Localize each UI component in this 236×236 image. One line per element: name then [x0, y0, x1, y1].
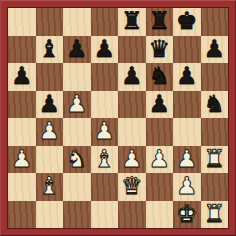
square-a1[interactable]: [8, 201, 36, 229]
black-pawn: ♟: [11, 63, 33, 90]
square-d1[interactable]: [91, 201, 119, 229]
chess-board-frame: ♜♜♚♝♟♟♛♟♟♟♞♟♟♟♟♞♟♟♟♞♝♟♟♟♜♝♛♟♚♜: [0, 0, 236, 236]
square-b2[interactable]: ♝: [36, 173, 64, 201]
square-f7[interactable]: ♛: [146, 36, 174, 64]
square-g1[interactable]: ♚: [173, 201, 201, 229]
square-e5[interactable]: [118, 91, 146, 119]
square-c1[interactable]: [63, 201, 91, 229]
square-c3[interactable]: ♞: [63, 146, 91, 174]
square-f5[interactable]: ♟: [146, 91, 174, 119]
square-f3[interactable]: ♟: [146, 146, 174, 174]
square-g8[interactable]: ♚: [173, 8, 201, 36]
square-a3[interactable]: ♟: [8, 146, 36, 174]
square-e3[interactable]: ♟: [118, 146, 146, 174]
white-rook: ♜: [203, 146, 225, 173]
black-pawn: ♟: [38, 91, 60, 118]
square-c2[interactable]: [63, 173, 91, 201]
black-rook: ♜: [148, 8, 170, 35]
square-c4[interactable]: [63, 118, 91, 146]
square-f1[interactable]: [146, 201, 174, 229]
white-pawn: ♟: [11, 146, 33, 173]
black-king: ♚: [176, 8, 198, 35]
square-e4[interactable]: [118, 118, 146, 146]
square-d7[interactable]: ♟: [91, 36, 119, 64]
white-rook: ♜: [203, 201, 225, 228]
black-pawn: ♟: [148, 91, 170, 118]
square-c5[interactable]: ♟: [63, 91, 91, 119]
square-g3[interactable]: ♟: [173, 146, 201, 174]
square-g5[interactable]: [173, 91, 201, 119]
white-pawn: ♟: [93, 118, 115, 145]
square-b6[interactable]: [36, 63, 64, 91]
square-d6[interactable]: [91, 63, 119, 91]
square-g2[interactable]: ♟: [173, 173, 201, 201]
black-pawn: ♟: [93, 36, 115, 63]
black-knight: ♞: [148, 63, 170, 90]
square-a6[interactable]: ♟: [8, 63, 36, 91]
square-c7[interactable]: ♟: [63, 36, 91, 64]
white-knight: ♞: [66, 146, 88, 173]
black-pawn: ♟: [121, 63, 143, 90]
square-b3[interactable]: [36, 146, 64, 174]
square-g6[interactable]: ♟: [173, 63, 201, 91]
square-d4[interactable]: ♟: [91, 118, 119, 146]
square-d3[interactable]: ♝: [91, 146, 119, 174]
square-f6[interactable]: ♞: [146, 63, 174, 91]
square-b5[interactable]: ♟: [36, 91, 64, 119]
square-b8[interactable]: [36, 8, 64, 36]
square-a7[interactable]: [8, 36, 36, 64]
square-a2[interactable]: [8, 173, 36, 201]
black-pawn: ♟: [66, 36, 88, 63]
square-h7[interactable]: ♟: [201, 36, 229, 64]
square-e7[interactable]: [118, 36, 146, 64]
black-bishop: ♝: [38, 36, 60, 63]
square-h6[interactable]: [201, 63, 229, 91]
square-a8[interactable]: [8, 8, 36, 36]
square-g7[interactable]: [173, 36, 201, 64]
white-pawn: ♟: [66, 91, 88, 118]
square-h4[interactable]: [201, 118, 229, 146]
square-e1[interactable]: [118, 201, 146, 229]
square-h3[interactable]: ♜: [201, 146, 229, 174]
square-f8[interactable]: ♜: [146, 8, 174, 36]
square-f2[interactable]: [146, 173, 174, 201]
square-g4[interactable]: [173, 118, 201, 146]
square-h2[interactable]: [201, 173, 229, 201]
square-h1[interactable]: ♜: [201, 201, 229, 229]
square-e2[interactable]: ♛: [118, 173, 146, 201]
white-pawn: ♟: [121, 146, 143, 173]
white-bishop: ♝: [38, 173, 60, 200]
white-bishop: ♝: [93, 146, 115, 173]
black-pawn: ♟: [203, 36, 225, 63]
black-knight: ♞: [203, 91, 225, 118]
square-b4[interactable]: ♟: [36, 118, 64, 146]
black-pawn: ♟: [176, 63, 198, 90]
white-pawn: ♟: [148, 146, 170, 173]
square-e6[interactable]: ♟: [118, 63, 146, 91]
square-c8[interactable]: [63, 8, 91, 36]
square-b7[interactable]: ♝: [36, 36, 64, 64]
white-pawn: ♟: [38, 118, 60, 145]
square-f4[interactable]: [146, 118, 174, 146]
white-queen: ♛: [121, 173, 143, 200]
black-rook: ♜: [121, 8, 143, 35]
square-h5[interactable]: ♞: [201, 91, 229, 119]
white-king: ♚: [176, 201, 198, 228]
square-a4[interactable]: [8, 118, 36, 146]
square-d2[interactable]: [91, 173, 119, 201]
white-pawn: ♟: [176, 173, 198, 200]
square-d5[interactable]: [91, 91, 119, 119]
square-e8[interactable]: ♜: [118, 8, 146, 36]
square-c6[interactable]: [63, 63, 91, 91]
square-h8[interactable]: [201, 8, 229, 36]
square-b1[interactable]: [36, 201, 64, 229]
chess-board: ♜♜♚♝♟♟♛♟♟♟♞♟♟♟♟♞♟♟♟♞♝♟♟♟♜♝♛♟♚♜: [8, 8, 228, 228]
black-queen: ♛: [148, 36, 170, 63]
square-a5[interactable]: [8, 91, 36, 119]
white-pawn: ♟: [176, 146, 198, 173]
square-d8[interactable]: [91, 8, 119, 36]
